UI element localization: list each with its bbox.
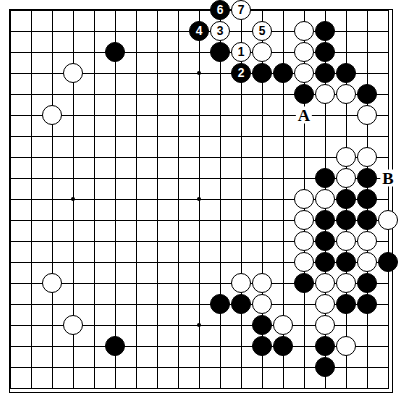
white-stone	[42, 273, 62, 293]
black-stone	[315, 21, 335, 41]
black-stone	[105, 42, 125, 62]
white-stone	[252, 294, 272, 314]
white-stone-move-3: 3	[210, 21, 230, 41]
black-stone	[336, 189, 356, 209]
white-stone	[63, 63, 83, 83]
black-stone	[294, 273, 314, 293]
white-stone	[336, 231, 356, 251]
go-diagram-screenshot: 6743512AB	[0, 0, 400, 400]
white-stone	[315, 84, 335, 104]
white-stone	[252, 273, 272, 293]
white-stone	[357, 231, 377, 251]
black-stone	[210, 42, 230, 62]
white-stone	[357, 105, 377, 125]
white-stone	[315, 273, 335, 293]
point-label-a: A	[296, 107, 312, 124]
point-label-b: B	[380, 170, 395, 187]
white-stone	[315, 315, 335, 335]
white-stone-move-1: 1	[231, 42, 251, 62]
black-stone	[357, 168, 377, 188]
star-point	[197, 197, 201, 201]
white-stone-move-7: 7	[231, 0, 251, 20]
black-stone	[231, 294, 251, 314]
white-stone	[294, 231, 314, 251]
black-stone	[105, 336, 125, 356]
black-stone	[315, 357, 335, 377]
black-stone-move-6: 6	[210, 0, 230, 20]
black-stone	[315, 231, 335, 251]
black-stone	[210, 294, 230, 314]
white-stone	[294, 252, 314, 272]
white-stone	[315, 189, 335, 209]
move-number: 4	[196, 25, 203, 37]
black-stone	[336, 252, 356, 272]
black-stone	[336, 294, 356, 314]
white-stone	[336, 84, 356, 104]
black-stone	[252, 63, 272, 83]
black-stone	[357, 84, 377, 104]
white-stone	[231, 273, 251, 293]
white-stone	[357, 252, 377, 272]
go-board[interactable]: 6743512AB	[10, 10, 389, 389]
black-stone	[315, 210, 335, 230]
white-stone	[378, 210, 398, 230]
black-stone	[315, 336, 335, 356]
black-stone	[294, 84, 314, 104]
star-point	[197, 71, 201, 75]
black-stone	[357, 294, 377, 314]
white-stone-move-5: 5	[252, 21, 272, 41]
white-stone	[294, 210, 314, 230]
black-stone	[315, 42, 335, 62]
move-number: 1	[238, 46, 245, 58]
white-stone	[357, 147, 377, 167]
black-stone	[273, 63, 293, 83]
white-stone	[63, 315, 83, 335]
black-stone-move-2: 2	[231, 63, 251, 83]
black-stone	[378, 252, 398, 272]
black-stone	[357, 273, 377, 293]
black-stone	[336, 63, 356, 83]
move-number: 6	[217, 4, 224, 16]
black-stone	[357, 189, 377, 209]
black-stone	[252, 315, 272, 335]
white-stone	[252, 42, 272, 62]
star-point	[197, 323, 201, 327]
white-stone	[294, 63, 314, 83]
white-stone	[336, 336, 356, 356]
move-number: 2	[238, 67, 245, 79]
black-stone	[315, 168, 335, 188]
black-stone	[315, 252, 335, 272]
black-stone-move-4: 4	[189, 21, 209, 41]
black-stone	[336, 210, 356, 230]
white-stone	[294, 189, 314, 209]
white-stone	[294, 42, 314, 62]
move-number: 7	[238, 4, 245, 16]
white-stone	[42, 105, 62, 125]
white-stone	[294, 21, 314, 41]
black-stone	[315, 63, 335, 83]
black-stone	[357, 210, 377, 230]
black-stone	[252, 336, 272, 356]
white-stone	[336, 273, 356, 293]
star-point	[71, 197, 75, 201]
move-number: 5	[259, 25, 266, 37]
white-stone	[315, 294, 335, 314]
white-stone	[336, 168, 356, 188]
black-stone	[273, 336, 293, 356]
move-number: 3	[217, 25, 224, 37]
white-stone	[273, 315, 293, 335]
white-stone	[336, 147, 356, 167]
